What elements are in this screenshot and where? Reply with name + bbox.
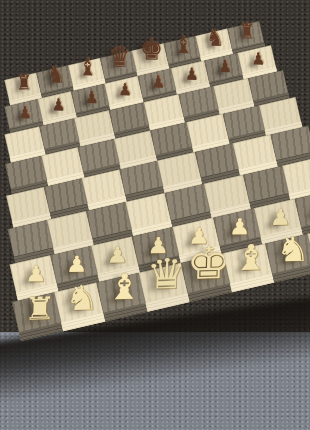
white-queen-icon[interactable]: ♛ bbox=[145, 253, 188, 295]
photo-scene: ♜♞♝♛♚♝♞♜♟♟♟♟♟♟♟♟♟♟♟♟♟♟♟♟♜♞♝♛♚♝♞♜ bbox=[0, 0, 310, 430]
white-rook-icon[interactable]: ♜ bbox=[24, 293, 56, 325]
black-king-icon[interactable]: ♚ bbox=[139, 34, 163, 65]
black-pawn-icon[interactable]: ♟ bbox=[85, 89, 99, 106]
black-pawn-icon[interactable]: ♟ bbox=[251, 50, 265, 67]
black-queen-icon[interactable]: ♛ bbox=[108, 44, 131, 73]
white-bishop-icon[interactable]: ♝ bbox=[106, 269, 143, 305]
white-knight-icon[interactable]: ♞ bbox=[64, 280, 100, 315]
black-pawn-icon[interactable]: ♟ bbox=[218, 58, 232, 75]
black-knight-icon[interactable]: ♞ bbox=[47, 63, 66, 86]
white-pawn-icon[interactable]: ♟ bbox=[229, 216, 251, 239]
black-pawn-icon[interactable]: ♟ bbox=[18, 104, 32, 121]
black-pawn-icon[interactable]: ♟ bbox=[51, 97, 65, 114]
white-pawn-icon[interactable]: ♟ bbox=[66, 254, 88, 277]
white-knight-icon[interactable]: ♞ bbox=[275, 231, 310, 266]
black-pawn-icon[interactable]: ♟ bbox=[118, 81, 132, 98]
black-bishop-icon[interactable]: ♝ bbox=[174, 33, 193, 57]
black-pawn-icon[interactable]: ♟ bbox=[151, 74, 165, 91]
white-bishop-icon[interactable]: ♝ bbox=[233, 240, 270, 276]
black-knight-icon[interactable]: ♞ bbox=[206, 27, 225, 50]
white-pawn-icon[interactable]: ♟ bbox=[25, 263, 47, 286]
square-g1[interactable]: ♞ bbox=[265, 234, 310, 283]
white-pawn-icon[interactable]: ♟ bbox=[106, 244, 128, 267]
black-pawn-icon[interactable]: ♟ bbox=[185, 66, 199, 83]
white-pawn-icon[interactable]: ♟ bbox=[269, 207, 291, 230]
black-rook-icon[interactable]: ♜ bbox=[16, 73, 33, 94]
black-rook-icon[interactable]: ♜ bbox=[238, 21, 255, 42]
black-bishop-icon[interactable]: ♝ bbox=[78, 55, 97, 79]
